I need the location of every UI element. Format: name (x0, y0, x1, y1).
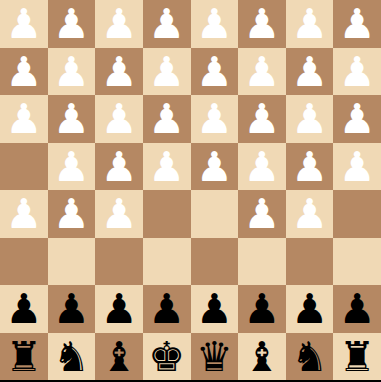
white-pawn[interactable]: ♟ (196, 147, 233, 188)
black-pawn[interactable]: ♟ (196, 289, 233, 330)
white-pawn[interactable]: ♟ (148, 52, 185, 93)
square-b5[interactable]: ♟ (286, 190, 334, 238)
square-a2[interactable]: ♟ (333, 48, 381, 96)
white-pawn[interactable]: ♟ (339, 4, 376, 45)
white-pawn[interactable]: ♟ (244, 194, 281, 235)
black-pawn[interactable]: ♟ (244, 289, 281, 330)
black-pawn[interactable]: ♟ (53, 289, 90, 330)
white-pawn[interactable]: ♟ (5, 99, 42, 140)
square-e7[interactable]: ♟ (143, 285, 191, 333)
square-h1[interactable]: ♟ (0, 0, 48, 48)
square-h8[interactable]: ♜ (0, 333, 48, 381)
square-h2[interactable]: ♟ (0, 48, 48, 96)
square-h6[interactable] (0, 238, 48, 286)
white-pawn[interactable]: ♟ (244, 4, 281, 45)
white-pawn[interactable]: ♟ (5, 4, 42, 45)
black-pawn[interactable]: ♟ (291, 289, 328, 330)
square-c3[interactable]: ♟ (238, 95, 286, 143)
white-pawn[interactable]: ♟ (101, 147, 138, 188)
white-pawn[interactable]: ♟ (101, 52, 138, 93)
square-e5[interactable] (143, 190, 191, 238)
square-a1[interactable]: ♟ (333, 0, 381, 48)
black-bishop[interactable]: ♝ (101, 337, 138, 378)
square-g3[interactable]: ♟ (48, 95, 96, 143)
square-e6[interactable] (143, 238, 191, 286)
square-f1[interactable]: ♟ (95, 0, 143, 48)
square-c6[interactable] (238, 238, 286, 286)
white-pawn[interactable]: ♟ (101, 194, 138, 235)
white-pawn[interactable]: ♟ (196, 4, 233, 45)
white-pawn[interactable]: ♟ (196, 99, 233, 140)
white-pawn[interactable]: ♟ (339, 52, 376, 93)
white-pawn[interactable]: ♟ (101, 99, 138, 140)
square-f6[interactable] (95, 238, 143, 286)
square-g1[interactable]: ♟ (48, 0, 96, 48)
chess-board[interactable]: ♟♟♟♟♟♟♟♟♟♟♟♟♟♟♟♟♟♟♟♟♟♟♟♟♟♟♟♟♟♟♟♟♟♟♟♟♟♟♟♟… (0, 0, 381, 382)
white-pawn[interactable]: ♟ (291, 99, 328, 140)
square-c4[interactable]: ♟ (238, 143, 286, 191)
square-a5[interactable] (333, 190, 381, 238)
black-pawn[interactable]: ♟ (5, 289, 42, 330)
square-e4[interactable]: ♟ (143, 143, 191, 191)
square-c2[interactable]: ♟ (238, 48, 286, 96)
black-pawn[interactable]: ♟ (101, 289, 138, 330)
square-a4[interactable]: ♟ (333, 143, 381, 191)
white-pawn[interactable]: ♟ (244, 52, 281, 93)
square-g7[interactable]: ♟ (48, 285, 96, 333)
square-b2[interactable]: ♟ (286, 48, 334, 96)
white-pawn[interactable]: ♟ (53, 194, 90, 235)
square-e2[interactable]: ♟ (143, 48, 191, 96)
white-pawn[interactable]: ♟ (291, 52, 328, 93)
square-a6[interactable] (333, 238, 381, 286)
square-b8[interactable]: ♞ (286, 333, 334, 381)
square-h3[interactable]: ♟ (0, 95, 48, 143)
black-pawn[interactable]: ♟ (339, 289, 376, 330)
white-pawn[interactable]: ♟ (148, 147, 185, 188)
white-pawn[interactable]: ♟ (339, 147, 376, 188)
square-g8[interactable]: ♞ (48, 333, 96, 381)
black-pawn[interactable]: ♟ (148, 289, 185, 330)
square-f7[interactable]: ♟ (95, 285, 143, 333)
square-h7[interactable]: ♟ (0, 285, 48, 333)
black-king[interactable]: ♚ (148, 337, 185, 378)
square-c5[interactable]: ♟ (238, 190, 286, 238)
white-pawn[interactable]: ♟ (53, 147, 90, 188)
square-d1[interactable]: ♟ (191, 0, 239, 48)
white-pawn[interactable]: ♟ (291, 4, 328, 45)
black-rook[interactable]: ♜ (5, 337, 42, 378)
square-g6[interactable] (48, 238, 96, 286)
square-g4[interactable]: ♟ (48, 143, 96, 191)
square-a7[interactable]: ♟ (333, 285, 381, 333)
white-pawn[interactable]: ♟ (291, 194, 328, 235)
black-rook[interactable]: ♜ (339, 337, 376, 378)
black-knight[interactable]: ♞ (53, 337, 90, 378)
square-e8[interactable]: ♚ (143, 333, 191, 381)
square-h5[interactable]: ♟ (0, 190, 48, 238)
white-pawn[interactable]: ♟ (5, 52, 42, 93)
square-f8[interactable]: ♝ (95, 333, 143, 381)
square-c8[interactable]: ♝ (238, 333, 286, 381)
square-b3[interactable]: ♟ (286, 95, 334, 143)
white-pawn[interactable]: ♟ (53, 52, 90, 93)
square-d3[interactable]: ♟ (191, 95, 239, 143)
black-queen[interactable]: ♛ (196, 337, 233, 378)
white-pawn[interactable]: ♟ (53, 4, 90, 45)
square-a8[interactable]: ♜ (333, 333, 381, 381)
white-pawn[interactable]: ♟ (148, 4, 185, 45)
white-pawn[interactable]: ♟ (196, 52, 233, 93)
square-d2[interactable]: ♟ (191, 48, 239, 96)
square-d4[interactable]: ♟ (191, 143, 239, 191)
square-f2[interactable]: ♟ (95, 48, 143, 96)
square-c7[interactable]: ♟ (238, 285, 286, 333)
square-d7[interactable]: ♟ (191, 285, 239, 333)
white-pawn[interactable]: ♟ (244, 99, 281, 140)
square-g2[interactable]: ♟ (48, 48, 96, 96)
white-pawn[interactable]: ♟ (291, 147, 328, 188)
white-pawn[interactable]: ♟ (53, 99, 90, 140)
square-c1[interactable]: ♟ (238, 0, 286, 48)
square-b1[interactable]: ♟ (286, 0, 334, 48)
white-pawn[interactable]: ♟ (339, 99, 376, 140)
white-pawn[interactable]: ♟ (244, 147, 281, 188)
square-a3[interactable]: ♟ (333, 95, 381, 143)
square-f3[interactable]: ♟ (95, 95, 143, 143)
white-pawn[interactable]: ♟ (148, 99, 185, 140)
square-f4[interactable]: ♟ (95, 143, 143, 191)
square-f5[interactable]: ♟ (95, 190, 143, 238)
square-b6[interactable] (286, 238, 334, 286)
square-h4[interactable] (0, 143, 48, 191)
square-g5[interactable]: ♟ (48, 190, 96, 238)
square-b7[interactable]: ♟ (286, 285, 334, 333)
square-d8[interactable]: ♛ (191, 333, 239, 381)
square-b4[interactable]: ♟ (286, 143, 334, 191)
square-d5[interactable] (191, 190, 239, 238)
square-e1[interactable]: ♟ (143, 0, 191, 48)
black-knight[interactable]: ♞ (291, 337, 328, 378)
white-pawn[interactable]: ♟ (101, 4, 138, 45)
square-e3[interactable]: ♟ (143, 95, 191, 143)
black-bishop[interactable]: ♝ (244, 337, 281, 378)
square-d6[interactable] (191, 238, 239, 286)
white-pawn[interactable]: ♟ (5, 194, 42, 235)
